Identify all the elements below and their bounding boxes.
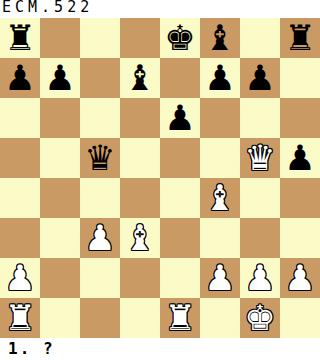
square-d5[interactable]: [120, 138, 160, 178]
square-b5[interactable]: [40, 138, 80, 178]
piece-white-pawn[interactable]: ♟: [284, 258, 315, 298]
square-e1[interactable]: ♜: [160, 298, 200, 338]
square-f4[interactable]: ♝: [200, 178, 240, 218]
square-d2[interactable]: [120, 258, 160, 298]
piece-white-pawn[interactable]: ♟: [204, 258, 235, 298]
piece-black-pawn[interactable]: ♟: [44, 58, 75, 98]
square-b3[interactable]: [40, 218, 80, 258]
square-c6[interactable]: [80, 98, 120, 138]
square-a8[interactable]: ♜: [0, 18, 40, 58]
piece-black-queen[interactable]: ♛: [84, 138, 115, 178]
square-g8[interactable]: [240, 18, 280, 58]
square-f6[interactable]: [200, 98, 240, 138]
square-b4[interactable]: [40, 178, 80, 218]
piece-black-rook[interactable]: ♜: [4, 18, 35, 58]
square-e3[interactable]: [160, 218, 200, 258]
square-d3[interactable]: ♝: [120, 218, 160, 258]
square-f1[interactable]: [200, 298, 240, 338]
square-f3[interactable]: [200, 218, 240, 258]
square-h3[interactable]: [280, 218, 320, 258]
square-c4[interactable]: [80, 178, 120, 218]
square-f5[interactable]: [200, 138, 240, 178]
move-prompt: 1. ?: [8, 340, 55, 357]
square-e2[interactable]: [160, 258, 200, 298]
square-d6[interactable]: [120, 98, 160, 138]
square-c5[interactable]: ♛: [80, 138, 120, 178]
piece-white-bishop[interactable]: ♝: [124, 218, 155, 258]
square-d8[interactable]: [120, 18, 160, 58]
square-g4[interactable]: [240, 178, 280, 218]
square-d7[interactable]: ♝: [120, 58, 160, 98]
square-b7[interactable]: ♟: [40, 58, 80, 98]
piece-black-king[interactable]: ♚: [164, 18, 195, 58]
piece-white-pawn[interactable]: ♟: [4, 258, 35, 298]
piece-black-pawn[interactable]: ♟: [284, 138, 315, 178]
piece-black-pawn[interactable]: ♟: [4, 58, 35, 98]
square-c2[interactable]: [80, 258, 120, 298]
square-g3[interactable]: [240, 218, 280, 258]
square-b1[interactable]: [40, 298, 80, 338]
square-b2[interactable]: [40, 258, 80, 298]
square-f8[interactable]: ♝: [200, 18, 240, 58]
square-g7[interactable]: ♟: [240, 58, 280, 98]
square-a6[interactable]: [0, 98, 40, 138]
square-g1[interactable]: ♚: [240, 298, 280, 338]
square-c3[interactable]: ♟: [80, 218, 120, 258]
square-h8[interactable]: ♜: [280, 18, 320, 58]
piece-white-pawn[interactable]: ♟: [244, 258, 275, 298]
square-d4[interactable]: [120, 178, 160, 218]
square-h4[interactable]: [280, 178, 320, 218]
square-h5[interactable]: ♟: [280, 138, 320, 178]
square-h6[interactable]: [280, 98, 320, 138]
square-a5[interactable]: [0, 138, 40, 178]
square-h1[interactable]: [280, 298, 320, 338]
square-d1[interactable]: [120, 298, 160, 338]
piece-black-pawn[interactable]: ♟: [164, 98, 195, 138]
square-h7[interactable]: [280, 58, 320, 98]
square-h2[interactable]: ♟: [280, 258, 320, 298]
square-e6[interactable]: ♟: [160, 98, 200, 138]
square-a4[interactable]: [0, 178, 40, 218]
position-title: ECM.522: [2, 0, 93, 16]
square-e4[interactable]: [160, 178, 200, 218]
square-g2[interactable]: ♟: [240, 258, 280, 298]
square-c7[interactable]: [80, 58, 120, 98]
square-g5[interactable]: ♛: [240, 138, 280, 178]
square-a1[interactable]: ♜: [0, 298, 40, 338]
square-b8[interactable]: [40, 18, 80, 58]
square-f2[interactable]: ♟: [200, 258, 240, 298]
square-a7[interactable]: ♟: [0, 58, 40, 98]
piece-white-rook[interactable]: ♜: [164, 298, 195, 338]
piece-white-queen[interactable]: ♛: [244, 138, 275, 178]
piece-black-pawn[interactable]: ♟: [244, 58, 275, 98]
square-a3[interactable]: [0, 218, 40, 258]
piece-white-rook[interactable]: ♜: [4, 298, 35, 338]
square-g6[interactable]: [240, 98, 280, 138]
piece-white-king[interactable]: ♚: [244, 298, 275, 338]
piece-black-bishop[interactable]: ♝: [204, 18, 235, 58]
piece-black-rook[interactable]: ♜: [284, 18, 315, 58]
square-e5[interactable]: [160, 138, 200, 178]
square-b6[interactable]: [40, 98, 80, 138]
square-c8[interactable]: [80, 18, 120, 58]
square-e8[interactable]: ♚: [160, 18, 200, 58]
piece-black-pawn[interactable]: ♟: [204, 58, 235, 98]
piece-white-pawn[interactable]: ♟: [84, 218, 115, 258]
square-f7[interactable]: ♟: [200, 58, 240, 98]
square-a2[interactable]: ♟: [0, 258, 40, 298]
chess-board: ♜♚♝♜♟♟♝♟♟♟♛♛♟♝♟♝♟♟♟♟♜♜♚: [0, 18, 320, 338]
square-c1[interactable]: [80, 298, 120, 338]
piece-black-bishop[interactable]: ♝: [124, 58, 155, 98]
square-e7[interactable]: [160, 58, 200, 98]
piece-white-bishop[interactable]: ♝: [204, 178, 235, 218]
